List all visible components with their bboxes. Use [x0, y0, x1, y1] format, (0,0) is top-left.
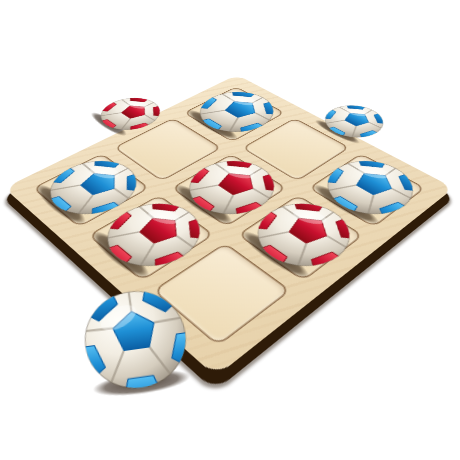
- scene: [0, 0, 460, 460]
- tic-tac-toe-board: [4, 75, 454, 377]
- perspective-wrapper: [0, 0, 460, 460]
- off-board-blue-ball-front[interactable]: [72, 282, 200, 406]
